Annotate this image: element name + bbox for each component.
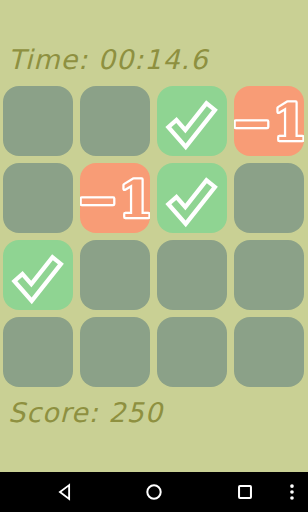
tile-r2c4-empty[interactable] bbox=[234, 163, 304, 233]
tile-r3c2-empty[interactable] bbox=[80, 240, 150, 310]
android-navbar bbox=[0, 472, 308, 512]
tile-r2c2-minus1[interactable]: −1 bbox=[80, 163, 150, 233]
home-icon bbox=[143, 481, 165, 503]
svg-text:−1: −1 bbox=[80, 170, 150, 229]
check-icon bbox=[3, 240, 73, 310]
home-button[interactable] bbox=[143, 481, 165, 503]
tile-r4c3-empty[interactable] bbox=[157, 317, 227, 387]
tile-r3c1-check[interactable] bbox=[3, 240, 73, 310]
tile-r3c4-empty[interactable] bbox=[234, 240, 304, 310]
score-display: Score: 250 bbox=[8, 397, 163, 428]
tile-r2c3-check[interactable] bbox=[157, 163, 227, 233]
time-display: Time: 00:14.6 bbox=[8, 44, 208, 75]
tile-r1c1-empty[interactable] bbox=[3, 86, 73, 156]
tile-r4c2-empty[interactable] bbox=[80, 317, 150, 387]
minus-one-icon: −1 bbox=[80, 163, 150, 233]
back-button[interactable] bbox=[54, 481, 76, 503]
tile-r1c4-minus1[interactable]: −1 bbox=[234, 86, 304, 156]
overflow-menu-icon bbox=[281, 481, 303, 503]
check-icon bbox=[157, 163, 227, 233]
tile-r1c3-check[interactable] bbox=[157, 86, 227, 156]
recents-button[interactable] bbox=[234, 481, 256, 503]
tile-r4c1-empty[interactable] bbox=[3, 317, 73, 387]
tile-r1c2-empty[interactable] bbox=[80, 86, 150, 156]
tile-r4c4-empty[interactable] bbox=[234, 317, 304, 387]
tile-r2c1-empty[interactable] bbox=[3, 163, 73, 233]
game-board: −1−1 bbox=[3, 86, 304, 387]
back-icon bbox=[54, 481, 76, 503]
svg-text:−1: −1 bbox=[234, 93, 304, 152]
overflow-menu-button[interactable] bbox=[281, 481, 303, 503]
tile-r3c3-empty[interactable] bbox=[157, 240, 227, 310]
check-icon bbox=[157, 86, 227, 156]
minus-one-icon: −1 bbox=[234, 86, 304, 156]
recents-icon bbox=[234, 481, 256, 503]
